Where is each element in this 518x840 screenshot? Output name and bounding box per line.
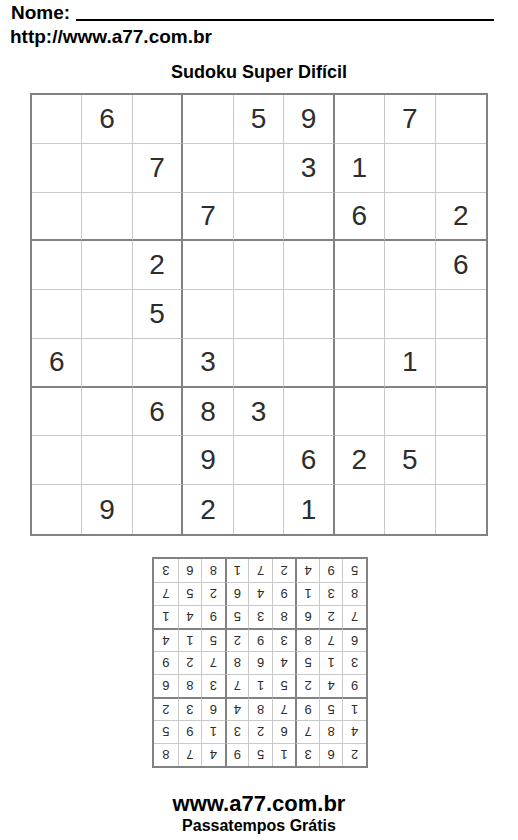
sudoku-cell-r8c4[interactable]: 9: [183, 436, 233, 485]
solution-cell-r7c3: 6: [295, 605, 319, 628]
solution-cell-r6c2: 7: [319, 628, 343, 651]
sudoku-cell-r3c1[interactable]: [32, 193, 82, 242]
sudoku-cell-r5c4[interactable]: [183, 290, 233, 339]
sudoku-cell-r5c2[interactable]: [82, 290, 132, 339]
solution-cell-r1c7: 4: [201, 743, 225, 766]
sudoku-cell-r4c8[interactable]: [385, 241, 435, 290]
solution-cell-r8c3: 1: [295, 582, 319, 605]
solution-cell-r8c5: 4: [248, 582, 272, 605]
sudoku-cell-r6c8[interactable]: 1: [385, 339, 435, 388]
sudoku-cell-r7c7[interactable]: [335, 388, 385, 437]
solution-cell-r9c3: 4: [295, 559, 319, 582]
solution-cell-r5c1: 3: [342, 651, 366, 674]
solution-cell-r5c5: 6: [248, 651, 272, 674]
sudoku-cell-r3c8[interactable]: [385, 193, 435, 242]
sudoku-cell-r1c6[interactable]: 9: [284, 95, 334, 144]
sudoku-cell-r9c6[interactable]: 1: [284, 485, 334, 534]
sudoku-cell-r3c2[interactable]: [82, 193, 132, 242]
solution-cell-r2c1: 4: [342, 720, 366, 743]
sudoku-cell-r1c3[interactable]: [133, 95, 183, 144]
sudoku-cell-r5c1[interactable]: [32, 290, 82, 339]
sudoku-cell-r8c6[interactable]: 6: [284, 436, 334, 485]
sudoku-cell-r2c2[interactable]: [82, 144, 132, 193]
solution-cell-r2c3: 7: [295, 720, 319, 743]
sudoku-cell-r9c3[interactable]: [133, 485, 183, 534]
sudoku-cell-r6c7[interactable]: [335, 339, 385, 388]
sudoku-cell-r6c4[interactable]: 3: [183, 339, 233, 388]
solution-cell-r1c9: 8: [154, 743, 178, 766]
sudoku-cell-r7c6[interactable]: [284, 388, 334, 437]
sudoku-cell-r7c9[interactable]: [436, 388, 486, 437]
sudoku-cell-r5c6[interactable]: [284, 290, 334, 339]
sudoku-cell-r9c8[interactable]: [385, 485, 435, 534]
solution-cell-r7c6: 5: [225, 605, 249, 628]
sudoku-cell-r4c5[interactable]: [234, 241, 284, 290]
sudoku-cell-r4c9[interactable]: 6: [436, 241, 486, 290]
sudoku-cell-r3c9[interactable]: 2: [436, 193, 486, 242]
sudoku-puzzle-grid[interactable]: 65977317622656316839625921: [30, 93, 488, 536]
sudoku-cell-r2c7[interactable]: 1: [335, 144, 385, 193]
sudoku-cell-r6c9[interactable]: [436, 339, 486, 388]
sudoku-cell-r3c7[interactable]: 6: [335, 193, 385, 242]
footer-tagline: Passatempos Grátis: [0, 817, 518, 835]
sudoku-cell-r2c4[interactable]: [183, 144, 233, 193]
solution-cell-r5c2: 1: [319, 651, 343, 674]
sudoku-cell-r7c2[interactable]: [82, 388, 132, 437]
solution-cell-r8c2: 3: [319, 582, 343, 605]
solution-cell-r6c5: 9: [248, 628, 272, 651]
solution-cell-r4c7: 3: [201, 674, 225, 697]
solution-cell-r4c4: 5: [272, 674, 296, 697]
sudoku-cell-r2c5[interactable]: [234, 144, 284, 193]
solution-cell-r9c9: 3: [154, 559, 178, 582]
sudoku-cell-r6c5[interactable]: [234, 339, 284, 388]
sudoku-cell-r4c3[interactable]: 2: [133, 241, 183, 290]
sudoku-cell-r9c7[interactable]: [335, 485, 385, 534]
solution-cell-r1c6: 9: [225, 743, 249, 766]
solution-cell-r3c4: 7: [272, 697, 296, 720]
sudoku-cell-r9c1[interactable]: [32, 485, 82, 534]
sudoku-cell-r4c4[interactable]: [183, 241, 233, 290]
sudoku-cell-r1c8[interactable]: 7: [385, 95, 435, 144]
solution-cell-r9c5: 7: [248, 559, 272, 582]
solution-cell-r7c4: 8: [272, 605, 296, 628]
page-title: Sudoku Super Difícil: [0, 62, 518, 83]
solution-cell-r1c5: 5: [248, 743, 272, 766]
solution-cell-r9c4: 2: [272, 559, 296, 582]
solution-cell-r3c8: 3: [178, 697, 202, 720]
solution-cell-r9c7: 8: [201, 559, 225, 582]
sudoku-cell-r4c6[interactable]: [284, 241, 334, 290]
solution-cell-r4c9: 6: [154, 674, 178, 697]
solution-cell-r1c3: 3: [295, 743, 319, 766]
solution-cell-r3c6: 4: [225, 697, 249, 720]
solution-cell-r6c3: 8: [295, 628, 319, 651]
solution-cell-r8c7: 2: [201, 582, 225, 605]
solution-cell-r4c2: 4: [319, 674, 343, 697]
solution-cell-r5c4: 4: [272, 651, 296, 674]
sudoku-cell-r4c7[interactable]: [335, 241, 385, 290]
sudoku-cell-r8c2[interactable]: [82, 436, 132, 485]
sudoku-cell-r7c5[interactable]: 3: [234, 388, 284, 437]
solution-cell-r1c4: 1: [272, 743, 296, 766]
sudoku-cell-r1c9[interactable]: [436, 95, 486, 144]
solution-cell-r3c9: 2: [154, 697, 178, 720]
solution-cell-r6c1: 6: [342, 628, 366, 651]
sudoku-cell-r8c1[interactable]: [32, 436, 82, 485]
solution-cell-r1c2: 6: [319, 743, 343, 766]
sudoku-cell-r8c7[interactable]: 2: [335, 436, 385, 485]
sudoku-cell-r3c5[interactable]: [234, 193, 284, 242]
name-blank-line[interactable]: [76, 19, 494, 21]
sudoku-cell-r9c4[interactable]: 2: [183, 485, 233, 534]
sudoku-cell-r5c9[interactable]: [436, 290, 486, 339]
solution-cell-r8c9: 7: [154, 582, 178, 605]
solution-cell-r6c8: 1: [178, 628, 202, 651]
solution-cell-r9c6: 1: [225, 559, 249, 582]
solution-cell-r8c1: 8: [342, 582, 366, 605]
solution-cell-r7c5: 3: [248, 605, 272, 628]
footer-site-url: www.a77.com.br: [0, 791, 518, 817]
solution-cell-r3c7: 6: [201, 697, 225, 720]
sudoku-cell-r5c3[interactable]: 5: [133, 290, 183, 339]
sudoku-cell-r1c4[interactable]: [183, 95, 233, 144]
solution-cell-r7c7: 9: [201, 605, 225, 628]
solution-cell-r2c2: 8: [319, 720, 343, 743]
site-url-header: http://www.a77.com.br: [10, 26, 212, 48]
sudoku-cell-r7c1[interactable]: [32, 388, 82, 437]
solution-cell-r7c9: 1: [154, 605, 178, 628]
solution-cell-r9c1: 5: [342, 559, 366, 582]
sudoku-cell-r5c5[interactable]: [234, 290, 284, 339]
solution-cell-r4c3: 2: [295, 674, 319, 697]
sudoku-cell-r2c9[interactable]: [436, 144, 486, 193]
solution-cell-r2c7: 1: [201, 720, 225, 743]
solution-cell-r7c8: 4: [178, 605, 202, 628]
sudoku-cell-r2c1[interactable]: [32, 144, 82, 193]
sudoku-cell-r7c8[interactable]: [385, 388, 435, 437]
sudoku-cell-r8c3[interactable]: [133, 436, 183, 485]
solution-cell-r4c1: 9: [342, 674, 366, 697]
sudoku-cell-r6c2[interactable]: [82, 339, 132, 388]
solution-cell-r6c6: 2: [225, 628, 249, 651]
sudoku-cell-r8c9[interactable]: [436, 436, 486, 485]
sudoku-cell-r8c8[interactable]: 5: [385, 436, 435, 485]
solution-cell-r3c2: 5: [319, 697, 343, 720]
solution-cell-r4c5: 1: [248, 674, 272, 697]
sudoku-cell-r5c8[interactable]: [385, 290, 435, 339]
sudoku-cell-r2c3[interactable]: 7: [133, 144, 183, 193]
sudoku-cell-r4c1[interactable]: [32, 241, 82, 290]
sudoku-cell-r1c1[interactable]: [32, 95, 82, 144]
solution-cell-r6c7: 5: [201, 628, 225, 651]
sudoku-cell-r4c2[interactable]: [82, 241, 132, 290]
solution-cell-r5c9: 9: [154, 651, 178, 674]
solution-cell-r9c2: 9: [319, 559, 343, 582]
sudoku-cell-r7c3[interactable]: 6: [133, 388, 183, 437]
solution-cell-r3c1: 1: [342, 697, 366, 720]
sudoku-cell-r1c7[interactable]: [335, 95, 385, 144]
solution-cell-r9c8: 6: [178, 559, 202, 582]
sudoku-cell-r9c9[interactable]: [436, 485, 486, 534]
solution-cell-r3c5: 8: [248, 697, 272, 720]
solution-cell-r2c5: 2: [248, 720, 272, 743]
solution-cell-r2c6: 3: [225, 720, 249, 743]
sudoku-solution-grid-rotated: 2631594784876231951597846329425173863154…: [152, 557, 368, 768]
solution-cell-r6c4: 3: [272, 628, 296, 651]
name-label: Nome:: [11, 2, 70, 24]
solution-cell-r5c7: 7: [201, 651, 225, 674]
solution-cell-r5c8: 2: [178, 651, 202, 674]
sudoku-cell-r9c2[interactable]: 9: [82, 485, 132, 534]
sudoku-cell-r9c5[interactable]: [234, 485, 284, 534]
sudoku-cell-r7c4[interactable]: 8: [183, 388, 233, 437]
solution-cell-r4c6: 7: [225, 674, 249, 697]
sudoku-cell-r5c7[interactable]: [335, 290, 385, 339]
solution-cell-r2c4: 6: [272, 720, 296, 743]
sudoku-cell-r1c2[interactable]: 6: [82, 95, 132, 144]
solution-cell-r8c8: 5: [178, 582, 202, 605]
name-field-row: Nome:: [11, 2, 494, 24]
sudoku-cell-r3c6[interactable]: [284, 193, 334, 242]
solution-cell-r1c1: 2: [342, 743, 366, 766]
sudoku-cell-r8c5[interactable]: [234, 436, 284, 485]
solution-cell-r7c1: 7: [342, 605, 366, 628]
sudoku-cell-r1c5[interactable]: 5: [234, 95, 284, 144]
sudoku-cell-r3c3[interactable]: [133, 193, 183, 242]
sudoku-cell-r6c1[interactable]: 6: [32, 339, 82, 388]
sudoku-cell-r2c6[interactable]: 3: [284, 144, 334, 193]
sudoku-cell-r6c3[interactable]: [133, 339, 183, 388]
solution-cell-r4c8: 8: [178, 674, 202, 697]
sudoku-cell-r2c8[interactable]: [385, 144, 435, 193]
solution-cell-r2c9: 5: [154, 720, 178, 743]
solution-cell-r2c8: 9: [178, 720, 202, 743]
solution-cell-r8c6: 6: [225, 582, 249, 605]
solution-cell-r6c9: 4: [154, 628, 178, 651]
solution-cell-r1c8: 7: [178, 743, 202, 766]
solution-cell-r5c3: 5: [295, 651, 319, 674]
sudoku-cell-r6c6[interactable]: [284, 339, 334, 388]
solution-cell-r8c4: 9: [272, 582, 296, 605]
solution-cell-r7c2: 2: [319, 605, 343, 628]
solution-cell-r3c3: 9: [295, 697, 319, 720]
sudoku-cell-r3c4[interactable]: 7: [183, 193, 233, 242]
solution-cell-r5c6: 8: [225, 651, 249, 674]
